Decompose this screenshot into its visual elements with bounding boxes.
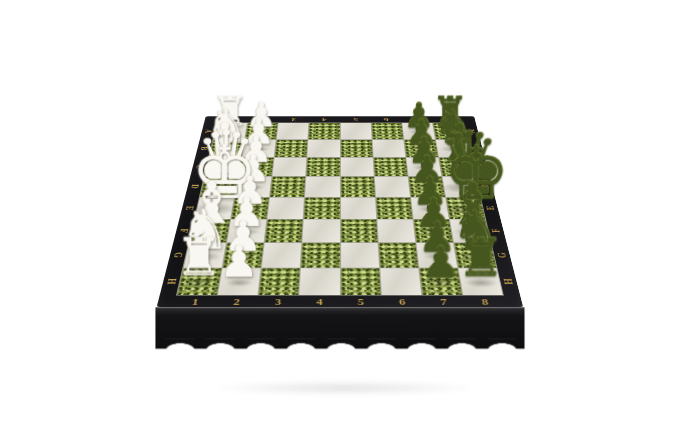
- square-f3: [265, 219, 303, 242]
- label-back-7: 7: [414, 117, 420, 122]
- square-b3: [275, 140, 308, 157]
- label-front-7: 7: [440, 297, 448, 306]
- square-a3: [277, 123, 309, 139]
- square-f4: [303, 219, 340, 242]
- label-front-5: 5: [357, 297, 364, 306]
- label-back-5: 5: [353, 117, 358, 122]
- box-front-face: [155, 307, 524, 348]
- label-back-3: 3: [291, 117, 296, 122]
- square-e3: [268, 197, 305, 218]
- square-a4: [309, 123, 340, 139]
- perspective-wrapper: 1234567812345678ABCDEFGHABCDEFGH ♜♟♟♜♞♟♟…: [185, 42, 495, 352]
- square-c5: [340, 158, 373, 177]
- label-front-4: 4: [316, 297, 323, 306]
- square-f5: [341, 219, 378, 242]
- square-b5: [340, 140, 372, 157]
- table-shadow: [165, 378, 525, 398]
- square-d3: [270, 177, 305, 197]
- square-g3: [262, 243, 302, 268]
- square-e5: [341, 197, 376, 218]
- label-back-2: 2: [260, 117, 266, 122]
- label-front-3: 3: [274, 297, 281, 306]
- square-g4: [301, 243, 339, 268]
- white-pawn-h2: ♟: [214, 240, 264, 284]
- square-a5: [340, 123, 371, 139]
- label-front-6: 6: [398, 297, 405, 306]
- label-back-4: 4: [322, 117, 327, 122]
- label-back-6: 6: [383, 117, 388, 122]
- square-b4: [308, 140, 340, 157]
- label-front-8: 8: [481, 297, 489, 306]
- product-photo: 1234567812345678ABCDEFGHABCDEFGH ♜♟♟♜♞♟♟…: [0, 0, 680, 425]
- label-back-1: 1: [230, 117, 236, 122]
- square-d5: [340, 177, 374, 197]
- label-front-2: 2: [233, 297, 241, 306]
- square-g5: [341, 243, 379, 268]
- chess-board: 1234567812345678ABCDEFGHABCDEFGH ♜♟♟♜♞♟♟…: [157, 116, 524, 307]
- green-rook-h8: ♜: [456, 231, 506, 284]
- label-front-1: 1: [191, 297, 199, 306]
- square-c3: [273, 158, 307, 177]
- square-c4: [307, 158, 340, 177]
- square-e4: [304, 197, 339, 218]
- square-d4: [305, 177, 339, 197]
